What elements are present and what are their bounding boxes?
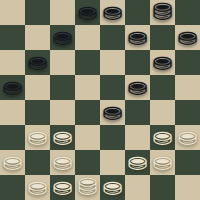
square-r1c1[interactable] [25,25,50,50]
white-king-piece[interactable]: ⛃ [77,175,97,199]
square-r7c5[interactable] [125,175,150,200]
square-r6c6[interactable]: ⛂ [150,150,175,175]
square-r0c3[interactable]: ⛂ [75,0,100,25]
white-man-piece[interactable]: ⛂ [102,175,122,199]
square-r1c2[interactable]: ⛂ [50,25,75,50]
square-r0c7[interactable] [175,0,200,25]
square-r4c2[interactable] [50,100,75,125]
square-r2c2[interactable] [50,50,75,75]
square-r2c6[interactable]: ⛂ [150,50,175,75]
square-r5c4[interactable] [100,125,125,150]
white-man-piece[interactable]: ⛂ [27,125,47,149]
square-r1c7[interactable]: ⛂ [175,25,200,50]
square-r2c7[interactable] [175,50,200,75]
square-r5c1[interactable]: ⛂ [25,125,50,150]
white-man-piece[interactable]: ⛂ [152,150,172,174]
square-r1c0[interactable] [0,25,25,50]
white-man-piece[interactable]: ⛂ [27,175,47,199]
black-man-piece[interactable]: ⛂ [127,75,147,99]
square-r7c6[interactable] [150,175,175,200]
square-r4c7[interactable] [175,100,200,125]
square-r0c2[interactable] [50,0,75,25]
square-r3c4[interactable] [100,75,125,100]
white-man-piece[interactable]: ⛂ [127,150,147,174]
black-king-piece[interactable]: ⛃ [152,0,172,24]
white-man-piece[interactable]: ⛂ [52,125,72,149]
square-r1c3[interactable] [75,25,100,50]
square-r5c2[interactable]: ⛂ [50,125,75,150]
square-r4c5[interactable] [125,100,150,125]
square-r3c0[interactable]: ⛂ [0,75,25,100]
square-r5c7[interactable]: ⛂ [175,125,200,150]
square-r7c1[interactable]: ⛂ [25,175,50,200]
black-man-piece[interactable]: ⛂ [77,0,97,24]
white-man-piece[interactable]: ⛂ [177,125,197,149]
square-r3c5[interactable]: ⛂ [125,75,150,100]
white-man-piece[interactable]: ⛂ [52,150,72,174]
square-r2c0[interactable] [0,50,25,75]
square-r4c0[interactable] [0,100,25,125]
square-r0c6[interactable]: ⛃ [150,0,175,25]
square-r7c0[interactable] [0,175,25,200]
square-r7c4[interactable]: ⛂ [100,175,125,200]
square-r3c6[interactable] [150,75,175,100]
square-r1c5[interactable]: ⛂ [125,25,150,50]
square-r7c7[interactable] [175,175,200,200]
square-r6c0[interactable]: ⛂ [0,150,25,175]
white-man-piece[interactable]: ⛂ [2,150,22,174]
checkers-board: ⛂⛂⛃⛂⛂⛂⛂⛂⛂⛂⛂⛂⛂⛂⛂⛂⛂⛂⛂⛂⛂⛃⛂ [0,0,200,200]
black-man-piece[interactable]: ⛂ [52,25,72,49]
square-r0c1[interactable] [25,0,50,25]
square-r5c6[interactable]: ⛂ [150,125,175,150]
square-r7c3[interactable]: ⛃ [75,175,100,200]
square-r6c7[interactable] [175,150,200,175]
square-r0c5[interactable] [125,0,150,25]
black-man-piece[interactable]: ⛂ [127,25,147,49]
square-r3c7[interactable] [175,75,200,100]
square-r2c5[interactable] [125,50,150,75]
square-r6c2[interactable]: ⛂ [50,150,75,175]
square-r6c5[interactable]: ⛂ [125,150,150,175]
square-r4c4[interactable]: ⛂ [100,100,125,125]
black-man-piece[interactable]: ⛂ [102,100,122,124]
square-r6c3[interactable] [75,150,100,175]
square-r1c4[interactable] [100,25,125,50]
square-r6c1[interactable] [25,150,50,175]
square-r7c2[interactable]: ⛂ [50,175,75,200]
square-r4c3[interactable] [75,100,100,125]
square-r1c6[interactable] [150,25,175,50]
square-r2c3[interactable] [75,50,100,75]
black-man-piece[interactable]: ⛂ [177,25,197,49]
black-man-piece[interactable]: ⛂ [27,50,47,74]
square-r0c4[interactable]: ⛂ [100,0,125,25]
square-r4c1[interactable] [25,100,50,125]
square-r5c5[interactable] [125,125,150,150]
black-man-piece[interactable]: ⛂ [152,50,172,74]
black-man-piece[interactable]: ⛂ [2,75,22,99]
white-man-piece[interactable]: ⛂ [152,125,172,149]
square-r2c1[interactable]: ⛂ [25,50,50,75]
square-r4c6[interactable] [150,100,175,125]
square-r3c1[interactable] [25,75,50,100]
square-r6c4[interactable] [100,150,125,175]
square-r5c3[interactable] [75,125,100,150]
square-r2c4[interactable] [100,50,125,75]
square-r3c3[interactable] [75,75,100,100]
black-man-piece[interactable]: ⛂ [102,0,122,24]
white-man-piece[interactable]: ⛂ [52,175,72,199]
square-r5c0[interactable] [0,125,25,150]
square-r0c0[interactable] [0,0,25,25]
square-r3c2[interactable] [50,75,75,100]
